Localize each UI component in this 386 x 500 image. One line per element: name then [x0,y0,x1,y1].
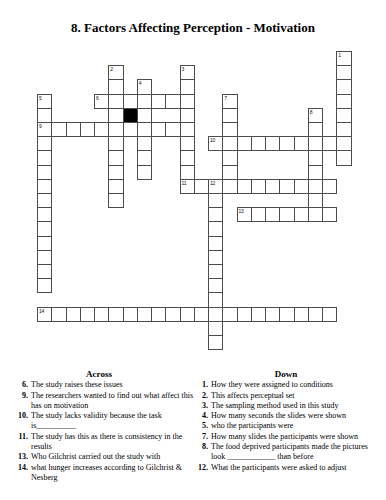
clue-item: 14.what hunger increases according to Gi… [4,463,194,484]
grid-cell[interactable] [237,307,252,322]
grid-cell[interactable] [180,94,195,109]
grid-cell[interactable]: 6 [94,94,109,109]
grid-cell[interactable] [108,179,123,194]
grid-cell[interactable] [37,179,52,194]
grid-cell[interactable] [208,207,223,222]
grid-cell[interactable] [279,307,294,322]
crossword-page: 8. Factors Affecting Perception - Motiva… [0,0,386,500]
grid-cell[interactable] [137,122,152,137]
grid-cell[interactable] [180,150,195,165]
grid-cell[interactable] [308,307,323,322]
grid-cell[interactable] [222,150,237,165]
grid-cell[interactable] [108,193,123,208]
grid-cell[interactable] [180,108,195,123]
grid-cell[interactable] [37,236,52,251]
grid-cell[interactable] [336,94,351,109]
clue-number: 2. [193,391,208,401]
cell-number: 7 [224,95,227,101]
grid-cell[interactable] [37,108,52,123]
grid-cell[interactable] [37,264,52,279]
clue-item: 3.The sampling method used in this study [193,401,379,411]
clue-item: 7.How many slides the participants were … [193,432,379,442]
across-heading: Across [4,369,194,379]
grid-cell[interactable] [237,179,252,194]
clue-item: 10.The study lacks validity because the … [4,411,194,432]
grid-cell[interactable] [208,307,223,322]
grid-cell[interactable] [265,179,280,194]
grid-cell[interactable] [123,94,138,109]
grid-cell[interactable] [208,250,223,265]
grid-cell[interactable] [322,136,337,151]
grid-cell[interactable] [108,122,123,137]
clue-text: what hunger increases according to Gilch… [31,463,194,484]
grid-cell[interactable] [180,307,195,322]
grid-cell[interactable]: 13 [237,207,252,222]
clue-item: 2.This affects perceptual set [193,391,379,401]
grid-cell[interactable] [308,207,323,222]
grid-cell[interactable] [37,150,52,165]
clue-number: 7. [193,432,208,442]
clue-item: 13.Who Gilchrist carried out the study w… [4,452,194,462]
grid-cell[interactable] [137,94,152,109]
across-list: 6.The study raises these issues9.The res… [4,380,194,483]
clue-number: 11. [4,432,28,453]
clue-text: Who Gilchrist carried out the study with [31,452,160,462]
grid-cell[interactable] [222,179,237,194]
grid-cell[interactable] [37,136,52,151]
grid-cell[interactable] [80,122,95,137]
grid-cell[interactable] [222,108,237,123]
grid-cell[interactable] [308,150,323,165]
grid-cell[interactable] [37,221,52,236]
grid-cell[interactable] [151,307,166,322]
clue-text: How they were assigned to conditions [211,380,333,390]
grid-cell[interactable] [37,193,52,208]
grid-cell[interactable] [180,122,195,137]
grid-cell[interactable] [208,236,223,251]
grid-cell[interactable] [294,307,309,322]
across-clues-section: Across 6.The study raises these issues9.… [4,369,194,483]
clue-item: 8.The food deprived participants made th… [193,442,379,463]
cell-number: 1 [338,52,341,58]
grid-cell[interactable]: 11 [180,179,195,194]
grid-cell[interactable] [137,150,152,165]
grid-cell[interactable]: 8 [308,108,323,123]
grid-cell[interactable] [336,79,351,94]
clue-text: The study lacks validity because the tas… [31,411,194,432]
grid-cell[interactable] [336,136,351,151]
grid-cell[interactable] [222,165,237,180]
grid-cell[interactable]: 14 [37,307,52,322]
cell-number: 2 [110,66,113,72]
clue-number: 8. [193,442,208,463]
grid-cell[interactable] [251,307,266,322]
cell-number: 10 [210,137,215,143]
grid-cell[interactable] [194,307,209,322]
grid-cell[interactable] [222,307,237,322]
grid-cell[interactable] [108,94,123,109]
grid-cell[interactable] [94,122,109,137]
clue-item: 6.The study raises these issues [4,380,194,390]
grid-cell[interactable] [265,307,280,322]
grid-cell[interactable] [279,136,294,151]
clue-number: 9. [4,391,28,412]
cell-number: 6 [96,95,99,101]
clue-number: 3. [193,401,208,411]
cell-number: 8 [310,109,313,115]
clue-text: who the participants were [211,421,293,431]
grid-cell[interactable]: 3 [180,65,195,80]
grid-cell[interactable] [322,179,337,194]
clue-text: The sampling method used in this study [211,401,339,411]
grid-cell[interactable] [180,136,195,151]
page-title: 8. Factors Affecting Perception - Motiva… [0,20,386,36]
grid-cell[interactable] [80,307,95,322]
grid-cell[interactable]: 12 [208,179,223,194]
grid-cell[interactable] [251,179,266,194]
clue-number: 12. [193,463,208,473]
clue-number: 14. [4,463,28,484]
grid-cell[interactable] [251,207,266,222]
grid-cell[interactable] [37,165,52,180]
clue-number: 1. [193,380,208,390]
grid-cell[interactable] [108,108,123,123]
cell-number: 5 [39,95,42,101]
grid-cell[interactable] [108,307,123,322]
grid-cell[interactable] [294,179,309,194]
black-cell [123,108,138,123]
cell-number: 13 [239,208,244,214]
grid-cell[interactable] [308,179,323,194]
grid-cell[interactable] [151,122,166,137]
grid-cell[interactable] [165,94,180,109]
cell-number: 14 [39,308,44,314]
grid-cell[interactable] [123,307,138,322]
grid-cell[interactable] [308,136,323,151]
grid-cell[interactable] [108,136,123,151]
clue-text: The study has this as there is consisten… [31,432,194,453]
clue-item: 12.What the participants were asked to a… [193,463,379,473]
grid-cell[interactable] [180,79,195,94]
clue-item: 11.The study has this as there is consis… [4,432,194,453]
grid-cell[interactable]: 2 [108,65,123,80]
clue-item: 5.who the participants were [193,421,379,431]
cell-number: 4 [139,80,142,86]
grid-cell[interactable] [94,307,109,322]
grid-cell[interactable] [336,65,351,80]
grid-cell[interactable] [279,179,294,194]
grid-cell[interactable]: 5 [37,94,52,109]
grid-cell[interactable] [208,278,223,293]
clue-text: How many seconds the slides were shown [211,411,346,421]
grid-cell[interactable] [308,193,323,208]
grid-cell[interactable] [51,122,66,137]
cell-number: 12 [210,180,215,186]
grid-cell[interactable] [194,179,209,194]
grid-cell[interactable] [137,108,152,123]
grid-cell[interactable] [251,136,266,151]
down-heading: Down [193,369,379,379]
grid-cell[interactable] [137,165,152,180]
clue-text: This affects perceptual set [211,391,295,401]
grid-cell[interactable] [279,207,294,222]
grid-cell[interactable] [165,122,180,137]
grid-cell[interactable] [322,207,337,222]
grid-cell[interactable] [123,122,138,137]
clue-number: 10. [4,411,28,432]
grid-cell[interactable] [37,250,52,265]
grid-cell[interactable] [208,221,223,236]
cell-number: 3 [182,66,185,72]
clue-text: The food deprived participants made the … [211,442,379,463]
clue-text: The study raises these issues [31,380,123,390]
clue-text: What the participants were asked to adju… [211,463,347,473]
grid-cell[interactable] [137,307,152,322]
grid-cell[interactable] [66,122,81,137]
grid-cell[interactable] [37,207,52,222]
grid-cell[interactable] [208,193,223,208]
down-clues-section: Down 1.How they were assigned to conditi… [193,369,379,473]
clue-number: 6. [4,380,28,390]
grid-cell[interactable] [222,122,237,137]
grid-cell[interactable] [336,108,351,123]
crossword-grid: 1234567891011121314 [37,51,352,351]
grid-cell[interactable] [222,136,237,151]
grid-cell[interactable] [294,207,309,222]
clue-item: 1.How they were assigned to conditions [193,380,379,390]
grid-cell[interactable] [180,165,195,180]
grid-cell[interactable] [37,278,52,293]
grid-cell[interactable] [336,150,351,165]
clue-number: 5. [193,421,208,431]
clue-text: The researchers wanted to find out what … [31,391,194,412]
clue-item: 9.The researchers wanted to find out wha… [4,391,194,412]
grid-cell[interactable] [108,79,123,94]
clue-number: 4. [193,411,208,421]
grid-cell[interactable] [208,321,223,336]
grid-cell[interactable]: 7 [222,94,237,109]
clue-text: How many slides the participants were sh… [211,432,358,442]
clue-item: 4.How many seconds the slides were shown [193,411,379,421]
grid-cell[interactable] [108,150,123,165]
grid-cell[interactable] [208,292,223,307]
grid-cell[interactable] [308,165,323,180]
cell-number: 9 [39,123,42,129]
grid-cell[interactable]: 1 [336,51,351,66]
grid-cell[interactable] [208,335,223,350]
grid-cell[interactable]: 4 [137,79,152,94]
grid-cell[interactable] [336,122,351,137]
grid-cell[interactable] [265,207,280,222]
grid-cell[interactable] [322,307,337,322]
cell-number: 11 [182,180,187,186]
grid-cell[interactable] [208,264,223,279]
grid-cell[interactable] [137,136,152,151]
grid-cell[interactable] [294,136,309,151]
grid-cell[interactable] [151,94,166,109]
grid-cell[interactable] [237,136,252,151]
grid-cell[interactable] [51,307,66,322]
grid-cell[interactable]: 10 [208,136,223,151]
down-list: 1.How they were assigned to conditions2.… [193,380,379,473]
clue-number: 13. [4,452,28,462]
grid-cell[interactable] [66,307,81,322]
grid-cell[interactable] [165,307,180,322]
grid-cell[interactable]: 9 [37,122,52,137]
grid-cell[interactable] [308,122,323,137]
grid-cell[interactable] [265,136,280,151]
grid-cell[interactable] [108,165,123,180]
